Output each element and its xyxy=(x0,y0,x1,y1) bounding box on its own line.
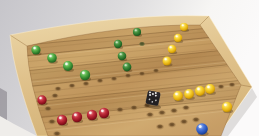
scene xyxy=(0,0,259,136)
board-hole xyxy=(110,76,117,81)
board-hole xyxy=(138,71,145,76)
board-hole xyxy=(180,119,188,125)
board-hole xyxy=(158,110,166,116)
board-hole xyxy=(48,119,56,125)
board-hole xyxy=(182,105,190,111)
aggravation-board-photo xyxy=(0,0,259,136)
board-hole xyxy=(96,78,103,83)
board-hole xyxy=(146,112,154,118)
board-hole xyxy=(44,106,52,112)
board-hole xyxy=(228,82,235,87)
board-hole xyxy=(68,83,75,88)
board-hole xyxy=(124,73,131,78)
board-hole xyxy=(116,107,124,113)
board-hole xyxy=(156,124,164,130)
board-hole xyxy=(82,81,89,86)
board-hole xyxy=(139,42,145,47)
board-hole xyxy=(51,93,59,99)
board-hole xyxy=(192,117,200,123)
board-hole xyxy=(217,84,224,89)
board-hole xyxy=(168,122,176,128)
board-hole xyxy=(170,108,178,114)
board-hole xyxy=(152,68,159,73)
board-hole xyxy=(54,86,61,91)
board-hole xyxy=(130,105,138,111)
